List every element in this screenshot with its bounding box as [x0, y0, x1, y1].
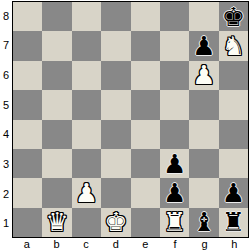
square-b4[interactable] — [42, 120, 71, 149]
rank-label-5: 5 — [0, 90, 12, 120]
file-label-h: h — [219, 238, 249, 251]
square-h1[interactable]: ♜ — [219, 208, 248, 237]
square-e5[interactable] — [131, 90, 160, 119]
square-c1[interactable] — [72, 208, 101, 237]
file-label-g: g — [190, 238, 220, 251]
rank-label-2: 2 — [0, 179, 12, 209]
square-g2[interactable] — [189, 178, 218, 207]
piece-black-pawn-f2: ♟ — [163, 180, 186, 206]
square-c2[interactable]: ♟ — [72, 178, 101, 207]
square-b5[interactable] — [42, 90, 71, 119]
square-h4[interactable] — [219, 120, 248, 149]
square-a5[interactable] — [13, 90, 42, 119]
square-g8[interactable] — [189, 2, 218, 31]
square-d3[interactable] — [101, 149, 130, 178]
square-f3[interactable]: ♟ — [160, 149, 189, 178]
piece-white-king-d1: ♚ — [104, 209, 127, 235]
square-h5[interactable] — [219, 90, 248, 119]
square-b1[interactable]: ♛ — [42, 208, 71, 237]
square-d1[interactable]: ♚ — [101, 208, 130, 237]
piece-black-pawn-g7: ♟ — [192, 33, 215, 59]
square-g7[interactable]: ♟ — [189, 31, 218, 60]
piece-black-rook-h1: ♜ — [222, 209, 245, 235]
rank-label-1: 1 — [0, 208, 12, 238]
square-h8[interactable]: ♚ — [219, 2, 248, 31]
file-label-d: d — [101, 238, 131, 251]
square-h6[interactable] — [219, 61, 248, 90]
square-d6[interactable] — [101, 61, 130, 90]
square-a8[interactable] — [13, 2, 42, 31]
square-d2[interactable] — [101, 178, 130, 207]
piece-black-pawn-f3: ♟ — [163, 151, 186, 177]
square-b2[interactable] — [42, 178, 71, 207]
rank-label-8: 8 — [0, 1, 12, 31]
square-d8[interactable] — [101, 2, 130, 31]
square-g6[interactable]: ♟ — [189, 61, 218, 90]
piece-white-queen-b1: ♛ — [45, 209, 68, 235]
rank-label-6: 6 — [0, 60, 12, 90]
square-b8[interactable] — [42, 2, 71, 31]
square-g4[interactable] — [189, 120, 218, 149]
piece-black-king-h8: ♚ — [222, 4, 245, 30]
square-a7[interactable] — [13, 31, 42, 60]
piece-white-pawn-g6: ♟ — [192, 62, 215, 88]
square-a1[interactable] — [13, 208, 42, 237]
square-d4[interactable] — [101, 120, 130, 149]
square-f1[interactable]: ♜ — [160, 208, 189, 237]
square-b6[interactable] — [42, 61, 71, 90]
square-f6[interactable] — [160, 61, 189, 90]
square-f8[interactable] — [160, 2, 189, 31]
piece-white-pawn-c2: ♟ — [75, 180, 98, 206]
piece-black-pawn-h2: ♟ — [222, 180, 245, 206]
square-a2[interactable] — [13, 178, 42, 207]
square-h7[interactable]: ♞ — [219, 31, 248, 60]
square-d7[interactable] — [101, 31, 130, 60]
square-e4[interactable] — [131, 120, 160, 149]
square-e1[interactable] — [131, 208, 160, 237]
square-d5[interactable] — [101, 90, 130, 119]
square-g3[interactable] — [189, 149, 218, 178]
square-a3[interactable] — [13, 149, 42, 178]
square-f7[interactable] — [160, 31, 189, 60]
square-c3[interactable] — [72, 149, 101, 178]
square-e8[interactable] — [131, 2, 160, 31]
square-f4[interactable] — [160, 120, 189, 149]
file-label-c: c — [71, 238, 101, 251]
rank-label-3: 3 — [0, 149, 12, 179]
file-label-e: e — [131, 238, 161, 251]
square-b3[interactable] — [42, 149, 71, 178]
rank-label-7: 7 — [0, 31, 12, 61]
rank-labels: 87654321 — [0, 1, 12, 238]
piece-white-rook-f1: ♜ — [163, 209, 186, 235]
square-h2[interactable]: ♟ — [219, 178, 248, 207]
square-c4[interactable] — [72, 120, 101, 149]
chess-board: ♚♟♞♟♟♟♟♟♛♚♜♝♜ — [12, 1, 249, 238]
square-a6[interactable] — [13, 61, 42, 90]
square-e3[interactable] — [131, 149, 160, 178]
file-labels: abcdefgh — [12, 238, 249, 251]
piece-black-bishop-g1: ♝ — [192, 209, 215, 235]
square-e2[interactable] — [131, 178, 160, 207]
square-g1[interactable]: ♝ — [189, 208, 218, 237]
square-c6[interactable] — [72, 61, 101, 90]
square-f5[interactable] — [160, 90, 189, 119]
square-c7[interactable] — [72, 31, 101, 60]
rank-label-4: 4 — [0, 120, 12, 150]
square-c8[interactable] — [72, 2, 101, 31]
file-label-a: a — [12, 238, 42, 251]
file-label-f: f — [160, 238, 190, 251]
square-c5[interactable] — [72, 90, 101, 119]
square-g5[interactable] — [189, 90, 218, 119]
square-e7[interactable] — [131, 31, 160, 60]
square-f2[interactable]: ♟ — [160, 178, 189, 207]
square-h3[interactable] — [219, 149, 248, 178]
square-b7[interactable] — [42, 31, 71, 60]
piece-white-knight-h7: ♞ — [222, 33, 245, 59]
square-e6[interactable] — [131, 61, 160, 90]
square-a4[interactable] — [13, 120, 42, 149]
file-label-b: b — [42, 238, 72, 251]
chess-diagram: 87654321 ♚♟♞♟♟♟♟♟♛♚♜♝♜ abcdefgh — [0, 0, 250, 251]
